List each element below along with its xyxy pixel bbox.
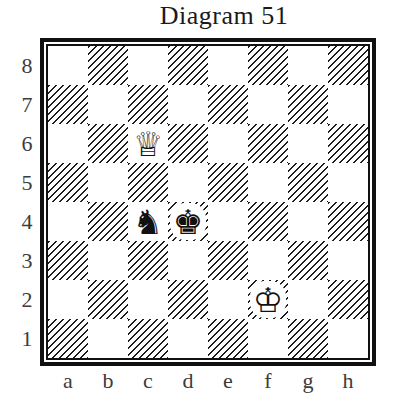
square-g3 bbox=[288, 241, 328, 280]
square-g7 bbox=[288, 85, 328, 124]
square-a2 bbox=[48, 280, 88, 319]
square-d8 bbox=[168, 46, 208, 85]
rank-label-3: 3 bbox=[14, 241, 40, 280]
square-h4 bbox=[328, 202, 368, 241]
square-c8 bbox=[128, 46, 168, 85]
square-h7 bbox=[328, 85, 368, 124]
rank-label-8: 8 bbox=[14, 46, 40, 85]
square-c7 bbox=[128, 85, 168, 124]
square-a6 bbox=[48, 124, 88, 163]
square-b8 bbox=[88, 46, 128, 85]
square-f5 bbox=[248, 163, 288, 202]
square-b2 bbox=[88, 280, 128, 319]
file-label-d: d bbox=[168, 367, 208, 395]
square-c5 bbox=[128, 163, 168, 202]
rank-label-1: 1 bbox=[14, 319, 40, 358]
square-d5 bbox=[168, 163, 208, 202]
square-e1 bbox=[208, 319, 248, 358]
square-g4 bbox=[288, 202, 328, 241]
square-f4 bbox=[248, 202, 288, 241]
square-g5 bbox=[288, 163, 328, 202]
square-a8 bbox=[48, 46, 88, 85]
square-e5 bbox=[208, 163, 248, 202]
file-label-a: a bbox=[48, 367, 88, 395]
square-d6 bbox=[168, 124, 208, 163]
file-label-e: e bbox=[208, 367, 248, 395]
piece-white-queen: ♕ bbox=[130, 125, 166, 162]
piece-white-king: ♔ bbox=[250, 281, 286, 318]
square-e6 bbox=[208, 124, 248, 163]
square-b1 bbox=[88, 319, 128, 358]
square-h3 bbox=[328, 241, 368, 280]
square-b6 bbox=[88, 124, 128, 163]
square-c1 bbox=[128, 319, 168, 358]
square-g8 bbox=[288, 46, 328, 85]
diagram-title: Diagram 51 bbox=[56, 1, 392, 31]
square-h8 bbox=[328, 46, 368, 85]
chess-board-inner: ♕♞♚♔ bbox=[46, 44, 370, 360]
chess-board: ♕♞♚♔ bbox=[40, 38, 376, 366]
square-g6 bbox=[288, 124, 328, 163]
square-f8 bbox=[248, 46, 288, 85]
square-a3 bbox=[48, 241, 88, 280]
rank-label-4: 4 bbox=[14, 202, 40, 241]
square-f2: ♔ bbox=[248, 280, 288, 319]
file-label-b: b bbox=[88, 367, 128, 395]
square-e4 bbox=[208, 202, 248, 241]
rank-label-2: 2 bbox=[14, 280, 40, 319]
square-g2 bbox=[288, 280, 328, 319]
square-a5 bbox=[48, 163, 88, 202]
square-c3 bbox=[128, 241, 168, 280]
square-f3 bbox=[248, 241, 288, 280]
square-a1 bbox=[48, 319, 88, 358]
square-d3 bbox=[168, 241, 208, 280]
square-d7 bbox=[168, 85, 208, 124]
square-e2 bbox=[208, 280, 248, 319]
piece-black-knight: ♞ bbox=[130, 203, 166, 240]
square-h1 bbox=[328, 319, 368, 358]
file-label-c: c bbox=[128, 367, 168, 395]
square-b3 bbox=[88, 241, 128, 280]
square-h5 bbox=[328, 163, 368, 202]
square-b4 bbox=[88, 202, 128, 241]
square-b5 bbox=[88, 163, 128, 202]
square-a7 bbox=[48, 85, 88, 124]
piece-black-king: ♚ bbox=[170, 203, 206, 240]
square-g1 bbox=[288, 319, 328, 358]
file-label-f: f bbox=[248, 367, 288, 395]
file-labels: abcdefgh bbox=[48, 367, 368, 395]
rank-label-5: 5 bbox=[14, 163, 40, 202]
file-label-g: g bbox=[288, 367, 328, 395]
rank-label-6: 6 bbox=[14, 124, 40, 163]
square-h6 bbox=[328, 124, 368, 163]
square-a4 bbox=[48, 202, 88, 241]
chess-board-grid: ♕♞♚♔ bbox=[48, 46, 368, 358]
square-e8 bbox=[208, 46, 248, 85]
square-e3 bbox=[208, 241, 248, 280]
file-label-h: h bbox=[328, 367, 368, 395]
square-c2 bbox=[128, 280, 168, 319]
square-e7 bbox=[208, 85, 248, 124]
square-c6: ♕ bbox=[128, 124, 168, 163]
square-d2 bbox=[168, 280, 208, 319]
square-b7 bbox=[88, 85, 128, 124]
rank-label-7: 7 bbox=[14, 85, 40, 124]
square-f6 bbox=[248, 124, 288, 163]
square-d1 bbox=[168, 319, 208, 358]
square-d4: ♚ bbox=[168, 202, 208, 241]
rank-labels: 87654321 bbox=[14, 46, 40, 358]
square-h2 bbox=[328, 280, 368, 319]
square-c4: ♞ bbox=[128, 202, 168, 241]
square-f7 bbox=[248, 85, 288, 124]
square-f1 bbox=[248, 319, 288, 358]
diagram-page: Diagram 51 87654321 ♕♞♚♔ abcdefgh bbox=[0, 0, 400, 400]
